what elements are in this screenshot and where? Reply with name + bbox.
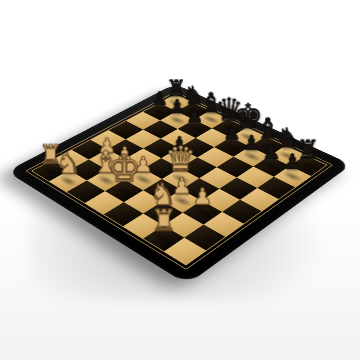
- board-frame: ♜♞♝♛♚♝♞♜♟♟♟♟♟♟♟♟♛♟♟♟♟♟♝♚♞♜♞♜: [7, 84, 352, 285]
- photo-stage: ♜♞♝♛♚♝♞♜♟♟♟♟♟♟♟♟♛♟♟♟♟♟♝♚♞♜♞♜: [0, 0, 360, 360]
- piece-white-king-d2[interactable]: ♚: [105, 147, 142, 191]
- piece-layer: ♜♞♝♛♚♝♞♜♟♟♟♟♟♟♟♟♛♟♟♟♟♟♝♚♞♜♞♜: [7, 84, 352, 285]
- piece-white-pawn-g3[interactable]: ♟: [183, 183, 222, 212]
- scene-3d: ♜♞♝♛♚♝♞♜♟♟♟♟♟♟♟♟♛♟♟♟♟♟♝♚♞♜♞♜: [0, 0, 360, 360]
- piece-white-knight-b1[interactable]: ♞: [50, 146, 87, 181]
- piece-white-rook-g1[interactable]: ♜: [144, 202, 184, 238]
- piece-black-pawn-h7[interactable]: ♟: [274, 149, 310, 176]
- piece-black-pawn-c7[interactable]: ♟: [178, 103, 212, 128]
